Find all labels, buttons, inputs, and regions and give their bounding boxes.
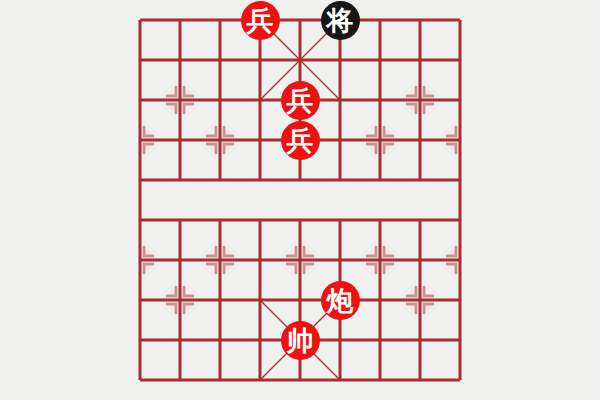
red-piece-disc: 兵	[281, 121, 320, 160]
red-piece-disc: 兵	[281, 81, 320, 120]
piece-black-general[interactable]: 将	[320, 0, 360, 40]
xiangqi-board[interactable]: 兵将兵兵炮帅	[120, 0, 480, 400]
red-piece-disc: 炮	[321, 281, 360, 320]
black-piece-disc: 将	[321, 1, 360, 40]
piece-red-soldier-2[interactable]: 兵	[280, 80, 320, 120]
red-piece-disc: 兵	[241, 1, 280, 40]
piece-red-general[interactable]: 帅	[280, 320, 320, 360]
piece-red-cannon[interactable]: 炮	[320, 280, 360, 320]
red-piece-disc: 帅	[281, 321, 320, 360]
piece-red-soldier-3[interactable]: 兵	[280, 120, 320, 160]
xiangqi-screenshot: 兵将兵兵炮帅	[0, 0, 600, 400]
piece-red-soldier-1[interactable]: 兵	[240, 0, 280, 40]
